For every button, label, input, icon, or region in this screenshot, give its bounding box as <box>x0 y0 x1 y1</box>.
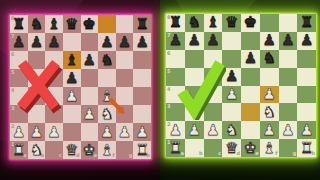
square-e1[interactable]: e♚ <box>241 139 260 157</box>
black-knight-f6: ♞ <box>260 50 279 68</box>
white-pawn-e3: ♟ <box>81 105 99 123</box>
square-c7[interactable]: ♟ <box>204 32 223 50</box>
black-queen-d8: ♛ <box>63 15 81 33</box>
square-d8[interactable]: ♛ <box>63 15 81 33</box>
square-d1[interactable]: d♛ <box>63 141 81 159</box>
square-d3[interactable] <box>63 105 81 123</box>
black-pawn-e6: ♟ <box>81 51 99 69</box>
black-rook-a8: ♜ <box>10 15 28 33</box>
square-c8[interactable]: ♝ <box>45 15 63 33</box>
white-pawn-c2: ♟ <box>204 121 223 139</box>
square-e2[interactable] <box>81 123 99 141</box>
square-d1[interactable]: d♛ <box>222 139 241 157</box>
square-a8[interactable]: 8♜ <box>166 14 185 32</box>
square-g1[interactable]: g <box>279 139 298 157</box>
square-d6[interactable] <box>222 50 241 68</box>
black-queen-d8: ♛ <box>222 14 241 32</box>
square-h3[interactable] <box>297 103 316 121</box>
square-g3[interactable] <box>279 103 298 121</box>
square-e4[interactable] <box>81 87 99 105</box>
thumbnail-canvas: { "game": "chess", "scene": "side-by-sid… <box>0 0 320 180</box>
black-pawn-a7: ♟ <box>10 33 28 51</box>
square-e2[interactable] <box>241 121 260 139</box>
white-pawn-d4: ♟ <box>63 87 81 105</box>
white-bishop-f1: ♝ <box>98 141 116 159</box>
square-f7[interactable]: ♟ <box>260 32 279 50</box>
black-pawn-b7: ♟ <box>28 33 46 51</box>
rank-label-4: 4 <box>167 87 170 92</box>
white-rook-h1: ♜ <box>133 141 151 159</box>
square-g6[interactable] <box>279 50 298 68</box>
square-g6[interactable] <box>116 51 134 69</box>
square-c5[interactable] <box>45 69 63 87</box>
rank-label-4: 4 <box>11 88 14 93</box>
square-e7[interactable] <box>81 33 99 51</box>
square-b4[interactable] <box>185 86 204 104</box>
square-a3[interactable]: 3 <box>10 105 28 123</box>
black-pawn-g7: ♟ <box>279 32 298 50</box>
square-h1[interactable]: h♜ <box>297 139 316 157</box>
black-knight-b8: ♞ <box>28 15 46 33</box>
white-pawn-h2: ♟ <box>297 121 316 139</box>
black-pawn-d5: ♟ <box>222 68 241 86</box>
black-rook-h8: ♜ <box>133 15 151 33</box>
square-f4[interactable]: ♟ <box>260 86 279 104</box>
square-f5[interactable] <box>260 68 279 86</box>
square-e8[interactable]: ♚ <box>241 14 260 32</box>
square-c7[interactable]: ♟ <box>45 33 63 51</box>
square-d4[interactable]: ♟ <box>63 87 81 105</box>
rank-label-6: 6 <box>167 51 170 56</box>
square-e7[interactable] <box>241 32 260 50</box>
square-d6[interactable]: ♝ <box>63 51 81 69</box>
white-knight-f3: ♞ <box>98 105 116 123</box>
square-g7[interactable]: ♟ <box>116 33 134 51</box>
white-bishop-f1: ♝ <box>260 139 279 157</box>
rank-label-5: 5 <box>167 69 170 74</box>
file-label-g: g <box>129 153 133 158</box>
square-b6[interactable] <box>185 50 204 68</box>
black-bishop-c8: ♝ <box>204 14 223 32</box>
square-a7[interactable]: 7♟ <box>166 32 185 50</box>
black-pawn-a7: ♟ <box>166 32 185 50</box>
white-pawn-f2: ♟ <box>260 121 279 139</box>
wrong-line-chess-board: 8♜♞♝♛♚♜7♟♟♟♟♟♟6♝♟♞5♟4♟♝3♟♞2♟♟♟♟♟♟1a♜b♞cd… <box>10 15 151 159</box>
square-h3[interactable] <box>133 105 151 123</box>
square-g5[interactable] <box>116 69 134 87</box>
square-e6[interactable]: ♟ <box>81 51 99 69</box>
square-d3[interactable] <box>222 103 241 121</box>
white-pawn-g2: ♟ <box>279 121 298 139</box>
white-bishop-f4: ♝ <box>98 87 116 105</box>
black-rook-a8: ♜ <box>166 14 185 32</box>
square-g2[interactable]: ♟ <box>116 123 134 141</box>
square-g2[interactable]: ♟ <box>279 121 298 139</box>
square-d5[interactable]: ♟ <box>222 68 241 86</box>
white-pawn-b2: ♟ <box>28 123 46 141</box>
square-c1[interactable]: c <box>204 139 223 157</box>
black-pawn-d5: ♟ <box>63 69 81 87</box>
square-d8[interactable]: ♛ <box>222 14 241 32</box>
square-g4[interactable] <box>279 86 298 104</box>
black-knight-f6: ♞ <box>98 51 116 69</box>
square-b7[interactable]: ♟ <box>185 32 204 50</box>
square-h5[interactable] <box>133 69 151 87</box>
square-a6[interactable]: 6 <box>10 51 28 69</box>
square-f8[interactable] <box>260 14 279 32</box>
square-e5[interactable] <box>241 68 260 86</box>
square-h4[interactable] <box>297 86 316 104</box>
square-e6[interactable]: ♟ <box>241 50 260 68</box>
square-g7[interactable]: ♟ <box>279 32 298 50</box>
square-d2[interactable] <box>63 123 81 141</box>
square-h8[interactable]: ♜ <box>133 15 151 33</box>
black-pawn-h7: ♟ <box>133 33 151 51</box>
black-king-e8: ♚ <box>81 15 99 33</box>
square-h2[interactable]: ♟ <box>297 121 316 139</box>
square-f2[interactable]: ♟ <box>98 123 116 141</box>
square-e1[interactable]: e♚ <box>81 141 99 159</box>
square-h2[interactable]: ♟ <box>133 123 151 141</box>
square-e4[interactable] <box>241 86 260 104</box>
square-h4[interactable] <box>133 87 151 105</box>
square-a5[interactable]: 5 <box>166 68 185 86</box>
square-b3[interactable] <box>185 103 204 121</box>
square-b5[interactable] <box>185 68 204 86</box>
square-d5[interactable]: ♟ <box>63 69 81 87</box>
square-f8[interactable] <box>98 15 116 33</box>
square-b4[interactable] <box>28 87 46 105</box>
square-b6[interactable] <box>28 51 46 69</box>
square-f6[interactable]: ♞ <box>98 51 116 69</box>
black-pawn-g7: ♟ <box>116 33 134 51</box>
white-rook-h1: ♜ <box>297 139 316 157</box>
white-knight-f3: ♞ <box>260 103 279 121</box>
square-e5[interactable] <box>81 69 99 87</box>
square-h6[interactable] <box>297 50 316 68</box>
white-rook-a1: ♜ <box>166 139 185 157</box>
square-h1[interactable]: h♜ <box>133 141 151 159</box>
square-c1[interactable]: c <box>45 141 63 159</box>
square-b5[interactable] <box>28 69 46 87</box>
white-king-e1: ♚ <box>81 141 99 159</box>
square-f1[interactable]: f♝ <box>260 139 279 157</box>
white-pawn-a2: ♟ <box>166 121 185 139</box>
square-b1[interactable]: b♞ <box>28 141 46 159</box>
square-c3[interactable] <box>204 103 223 121</box>
square-a6[interactable]: 6 <box>166 50 185 68</box>
black-bishop-c8: ♝ <box>45 15 63 33</box>
square-f2[interactable]: ♟ <box>260 121 279 139</box>
square-b8[interactable]: ♞ <box>28 15 46 33</box>
black-pawn-f7: ♟ <box>260 32 279 50</box>
square-b2[interactable]: ♟ <box>185 121 204 139</box>
square-e3[interactable]: ♟ <box>81 105 99 123</box>
square-a4[interactable]: 4 <box>10 87 28 105</box>
square-b2[interactable]: ♟ <box>28 123 46 141</box>
file-label-c: c <box>59 153 62 158</box>
white-rook-a1: ♜ <box>10 141 28 159</box>
white-pawn-g2: ♟ <box>116 123 134 141</box>
white-king-e1: ♚ <box>241 139 260 157</box>
square-d2[interactable]: ♞ <box>222 121 241 139</box>
square-b3[interactable] <box>28 105 46 123</box>
square-g1[interactable]: g <box>116 141 134 159</box>
square-h7[interactable]: ♟ <box>133 33 151 51</box>
square-g3[interactable] <box>116 105 134 123</box>
square-g8[interactable] <box>279 14 298 32</box>
black-pawn-c7: ♟ <box>204 32 223 50</box>
good-line-chess-board: 8♜♞♝♛♚♜7♟♟♟♟♟♟6♟♞5♟4♟♟3♞2♟♟♟♞♟♟♟1a♜bcd♛e… <box>166 14 316 157</box>
square-d7[interactable] <box>222 32 241 50</box>
square-a1[interactable]: 1a♜ <box>166 139 185 157</box>
black-pawn-b7: ♟ <box>185 32 204 50</box>
square-a2[interactable]: 2♟ <box>166 121 185 139</box>
square-f5[interactable] <box>98 69 116 87</box>
rank-label-3: 3 <box>167 104 170 109</box>
square-d7[interactable] <box>63 33 81 51</box>
white-pawn-c2: ♟ <box>45 123 63 141</box>
white-pawn-h2: ♟ <box>133 123 151 141</box>
black-rook-h8: ♜ <box>297 14 316 32</box>
white-knight-d2: ♞ <box>222 121 241 139</box>
square-h8[interactable]: ♜ <box>297 14 316 32</box>
square-f4[interactable]: ♝ <box>98 87 116 105</box>
square-c2[interactable]: ♟ <box>45 123 63 141</box>
square-c3[interactable] <box>45 105 63 123</box>
square-e8[interactable]: ♚ <box>81 15 99 33</box>
rank-label-5: 5 <box>11 70 14 75</box>
black-pawn-f7: ♟ <box>98 33 116 51</box>
square-c5[interactable] <box>204 68 223 86</box>
black-pawn-e6: ♟ <box>241 50 260 68</box>
square-b1[interactable]: b <box>185 139 204 157</box>
square-c6[interactable] <box>204 50 223 68</box>
white-pawn-a2: ♟ <box>10 123 28 141</box>
black-pawn-c7: ♟ <box>45 33 63 51</box>
rank-label-6: 6 <box>11 52 14 57</box>
rank-label-3: 3 <box>11 106 14 111</box>
white-knight-b1: ♞ <box>28 141 46 159</box>
square-a7[interactable]: 7♟ <box>10 33 28 51</box>
square-c4[interactable] <box>45 87 63 105</box>
square-h5[interactable] <box>297 68 316 86</box>
file-label-c: c <box>218 151 221 156</box>
white-pawn-f2: ♟ <box>98 123 116 141</box>
file-label-g: g <box>293 151 297 156</box>
black-king-e8: ♚ <box>241 14 260 32</box>
square-g4[interactable] <box>116 87 134 105</box>
square-f3[interactable]: ♞ <box>98 105 116 123</box>
square-c8[interactable]: ♝ <box>204 14 223 32</box>
white-queen-d1: ♛ <box>222 139 241 157</box>
square-h7[interactable]: ♟ <box>297 32 316 50</box>
square-a4[interactable]: 4 <box>166 86 185 104</box>
square-b8[interactable]: ♞ <box>185 14 204 32</box>
square-a1[interactable]: 1a♜ <box>10 141 28 159</box>
square-h6[interactable] <box>133 51 151 69</box>
square-e3[interactable] <box>241 103 260 121</box>
square-c2[interactable]: ♟ <box>204 121 223 139</box>
black-pawn-h7: ♟ <box>297 32 316 50</box>
square-c6[interactable] <box>45 51 63 69</box>
square-f1[interactable]: f♝ <box>98 141 116 159</box>
square-b7[interactable]: ♟ <box>28 33 46 51</box>
square-g5[interactable] <box>279 68 298 86</box>
square-d4[interactable]: ♟ <box>222 86 241 104</box>
black-knight-b8: ♞ <box>185 14 204 32</box>
white-queen-d1: ♛ <box>63 141 81 159</box>
white-pawn-b2: ♟ <box>185 121 204 139</box>
square-f6[interactable]: ♞ <box>260 50 279 68</box>
square-a5[interactable]: 5 <box>10 69 28 87</box>
square-g8[interactable] <box>116 15 134 33</box>
white-pawn-f4: ♟ <box>260 86 279 104</box>
white-pawn-d4: ♟ <box>222 86 241 104</box>
square-f7[interactable]: ♟ <box>98 33 116 51</box>
file-label-b: b <box>199 151 203 156</box>
square-c4[interactable] <box>204 86 223 104</box>
square-a3[interactable]: 3 <box>166 103 185 121</box>
square-a2[interactable]: 2♟ <box>10 123 28 141</box>
black-bishop-d6: ♝ <box>63 51 81 69</box>
square-a8[interactable]: 8♜ <box>10 15 28 33</box>
square-f3[interactable]: ♞ <box>260 103 279 121</box>
